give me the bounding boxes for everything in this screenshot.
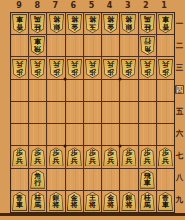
star-point (64, 144, 67, 147)
file-label: 8 (28, 0, 46, 11)
file-label: 2 (137, 0, 155, 11)
piece-kanji: 歩兵 (103, 147, 118, 166)
board-cell[interactable] (102, 35, 119, 56)
piece-king[interactable]: 王将 (85, 192, 100, 211)
board-cell[interactable] (29, 102, 46, 123)
piece-kanji: 歩兵 (158, 59, 173, 78)
piece-kanji: 歩兵 (85, 59, 100, 78)
board-cell[interactable] (66, 169, 83, 190)
board-cell[interactable] (120, 80, 137, 101)
board-cell[interactable] (157, 35, 174, 56)
board-cell[interactable] (11, 35, 28, 56)
piece-pawn[interactable]: 歩兵 (30, 59, 45, 78)
board-cell[interactable]: 歩兵 (102, 57, 119, 78)
rank-label: 二 (175, 41, 185, 50)
board-cell[interactable] (11, 169, 28, 190)
board-cell[interactable] (47, 124, 64, 145)
board-cell[interactable] (29, 80, 46, 101)
board-cell[interactable] (47, 80, 64, 101)
piece-knight[interactable]: 桂馬 (30, 192, 45, 211)
piece-gold[interactable]: 金将 (103, 192, 118, 211)
board-cell[interactable] (84, 102, 101, 123)
board-cell[interactable] (47, 169, 64, 190)
piece-kanji: 金将 (103, 192, 118, 211)
piece-pawn[interactable]: 歩兵 (67, 59, 82, 78)
board-cell[interactable]: 歩兵 (84, 57, 101, 78)
piece-silver[interactable]: 銀将 (121, 192, 136, 211)
piece-kanji: 香車 (158, 192, 173, 211)
star-point (118, 78, 121, 81)
piece-kanji: 歩兵 (103, 59, 118, 78)
piece-kanji: 銀将 (121, 192, 136, 211)
piece-kanji: 歩兵 (30, 59, 45, 78)
board-cell[interactable]: 銀将 (47, 13, 64, 34)
file-labels: 987654321 (10, 0, 173, 11)
board-cell[interactable]: 歩兵 (47, 146, 64, 167)
piece-pawn[interactable]: 歩兵 (103, 147, 118, 166)
board-cell[interactable] (11, 102, 28, 123)
piece-kanji: 歩兵 (121, 59, 136, 78)
piece-kanji: 王将 (85, 192, 100, 211)
board-cell[interactable]: 桂馬 (29, 13, 46, 34)
board-cell[interactable]: 歩兵 (66, 57, 83, 78)
piece-bishop[interactable]: 角行 (30, 170, 45, 189)
board-cell[interactable] (102, 80, 119, 101)
rank-label-highlighted: 四 (175, 85, 185, 94)
piece-kanji: 金将 (67, 192, 82, 211)
star-point (64, 78, 67, 81)
piece-kanji: 歩兵 (158, 147, 173, 166)
board-cell[interactable] (84, 169, 101, 190)
piece-pawn[interactable]: 歩兵 (12, 59, 27, 78)
piece-kanji: 桂馬 (30, 192, 45, 211)
rank-labels: 一二三四五六七八九 (174, 12, 185, 211)
piece-pawn[interactable]: 歩兵 (140, 59, 155, 78)
board-cell[interactable]: 金将 (102, 191, 119, 212)
board-cell[interactable]: 金将 (66, 13, 83, 34)
board-cell[interactable] (66, 124, 83, 145)
file-label: 3 (119, 0, 137, 11)
piece-silver[interactable]: 銀将 (49, 14, 64, 33)
piece-pawn[interactable]: 歩兵 (85, 147, 100, 166)
board-cell[interactable] (120, 102, 137, 123)
piece-pawn[interactable]: 歩兵 (12, 147, 27, 166)
piece-pawn[interactable]: 歩兵 (49, 147, 64, 166)
piece-lance[interactable]: 香車 (158, 14, 173, 33)
board-cell[interactable]: 歩兵 (139, 57, 156, 78)
piece-lance[interactable]: 香車 (158, 192, 173, 211)
board-cell[interactable]: 歩兵 (84, 146, 101, 167)
board-cell[interactable]: 桂馬 (29, 191, 46, 212)
board-cell[interactable] (84, 80, 101, 101)
piece-kanji: 歩兵 (12, 147, 27, 166)
board-cell[interactable] (84, 35, 101, 56)
piece-kanji: 歩兵 (121, 147, 136, 166)
piece-pawn[interactable]: 歩兵 (67, 147, 82, 166)
piece-kanji: 銀将 (121, 14, 136, 33)
piece-pawn[interactable]: 歩兵 (49, 59, 64, 78)
board-cell[interactable]: 歩兵 (11, 146, 28, 167)
piece-lance[interactable]: 香車 (12, 192, 27, 211)
rank-label: 五 (175, 107, 185, 116)
piece-kanji: 桂馬 (30, 14, 45, 33)
board-cell[interactable] (157, 80, 174, 101)
board-cell[interactable] (102, 124, 119, 145)
rank-label: 七 (175, 151, 185, 160)
board-cell[interactable]: 歩兵 (157, 57, 174, 78)
piece-kanji: 歩兵 (85, 147, 100, 166)
piece-kanji: 香車 (158, 14, 173, 33)
board-cell[interactable]: 歩兵 (29, 146, 46, 167)
board-cell[interactable] (157, 102, 174, 123)
file-label: 5 (82, 0, 100, 11)
piece-kanji: 飛車 (140, 170, 155, 189)
board-cell[interactable]: 歩兵 (66, 146, 83, 167)
rank-label: 九 (175, 195, 185, 204)
board-cell[interactable]: 歩兵 (47, 57, 64, 78)
piece-kanji: 歩兵 (67, 147, 82, 166)
board-cell[interactable]: 香車 (157, 13, 174, 34)
board-cell[interactable]: 銀将 (120, 13, 137, 34)
board-cell[interactable]: 歩兵 (120, 57, 137, 78)
board-cell[interactable]: 香車 (11, 191, 28, 212)
piece-kanji: 歩兵 (30, 147, 45, 166)
file-label: 7 (46, 0, 64, 11)
board-cell[interactable] (66, 80, 83, 101)
piece-kanji: 香車 (12, 192, 27, 211)
board-cell[interactable]: 角行 (139, 35, 156, 56)
board-cell[interactable] (47, 35, 64, 56)
piece-kanji: 桂馬 (140, 14, 155, 33)
piece-kanji: 歩兵 (12, 59, 27, 78)
piece-king[interactable]: 玉将 (85, 14, 100, 33)
board-cell[interactable]: 歩兵 (157, 146, 174, 167)
piece-kanji: 香車 (12, 14, 27, 33)
piece-silver[interactable]: 銀将 (121, 14, 136, 33)
piece-gold[interactable]: 金将 (67, 14, 82, 33)
piece-pawn[interactable]: 歩兵 (121, 147, 136, 166)
piece-knight[interactable]: 桂馬 (140, 14, 155, 33)
rank-label: 八 (175, 173, 185, 182)
board-cell[interactable]: 歩兵 (120, 146, 137, 167)
board-bottom-edge (0, 213, 185, 216)
rank-label: 六 (175, 129, 185, 138)
board-cell[interactable] (102, 169, 119, 190)
board-cell[interactable] (11, 80, 28, 101)
star-point (118, 144, 121, 147)
piece-kanji: 角行 (140, 36, 155, 55)
board-cell[interactable] (139, 102, 156, 123)
board-cell[interactable] (66, 35, 83, 56)
piece-gold[interactable]: 金将 (103, 14, 118, 33)
piece-kanji: 飛車 (30, 36, 45, 55)
piece-pawn[interactable]: 歩兵 (121, 59, 136, 78)
board-cell[interactable]: 香車 (11, 13, 28, 34)
file-label: 9 (10, 0, 28, 11)
piece-kanji: 歩兵 (140, 59, 155, 78)
piece-kanji: 歩兵 (49, 59, 64, 78)
board-cell[interactable] (139, 80, 156, 101)
shogi-board: 香車桂馬銀将金将玉将金将銀将桂馬香車飛車角行歩兵歩兵歩兵歩兵歩兵歩兵歩兵歩兵歩兵… (10, 12, 175, 213)
piece-knight[interactable]: 桂馬 (140, 192, 155, 211)
board-cell[interactable]: 玉将 (84, 13, 101, 34)
piece-silver[interactable]: 銀将 (49, 192, 64, 211)
piece-pawn[interactable]: 歩兵 (103, 59, 118, 78)
piece-kanji: 金将 (103, 14, 118, 33)
board-cell[interactable]: 飛車 (29, 35, 46, 56)
board-cell[interactable] (84, 124, 101, 145)
board-cell[interactable]: 桂馬 (139, 13, 156, 34)
piece-kanji: 玉将 (85, 14, 100, 33)
board-cell[interactable] (66, 102, 83, 123)
file-label: 1 (155, 0, 173, 11)
board-cell[interactable]: 金将 (66, 191, 83, 212)
piece-kanji: 歩兵 (67, 59, 82, 78)
board-cell[interactable] (157, 169, 174, 190)
board-cell[interactable] (11, 124, 28, 145)
file-label: 4 (101, 0, 119, 11)
piece-lance[interactable]: 香車 (12, 14, 27, 33)
board-cell[interactable]: 金将 (102, 13, 119, 34)
piece-pawn[interactable]: 歩兵 (158, 59, 173, 78)
piece-kanji: 金将 (67, 14, 82, 33)
piece-rook[interactable]: 飛車 (140, 170, 155, 189)
board-cell[interactable]: 歩兵 (11, 57, 28, 78)
board-cell[interactable]: 歩兵 (102, 146, 119, 167)
board-cell[interactable]: 銀将 (47, 191, 64, 212)
board-cell[interactable] (120, 169, 137, 190)
piece-kanji: 歩兵 (49, 147, 64, 166)
board-cell[interactable] (29, 124, 46, 145)
piece-rook[interactable]: 飛車 (30, 36, 45, 55)
rank-label: 三 (175, 63, 185, 72)
board-cell[interactable]: 飛車 (139, 169, 156, 190)
piece-pawn[interactable]: 歩兵 (85, 59, 100, 78)
piece-pawn[interactable]: 歩兵 (30, 147, 45, 166)
piece-kanji: 歩兵 (140, 147, 155, 166)
board-cell[interactable] (157, 124, 174, 145)
board-cell[interactable] (120, 124, 137, 145)
board-cell[interactable]: 銀将 (120, 191, 137, 212)
board-cell[interactable]: 王将 (84, 191, 101, 212)
piece-kanji: 桂馬 (140, 192, 155, 211)
rank-label: 一 (175, 19, 185, 28)
board-cell[interactable] (47, 102, 64, 123)
board-cell[interactable]: 角行 (29, 169, 46, 190)
board-cell[interactable] (139, 124, 156, 145)
piece-knight[interactable]: 桂馬 (30, 14, 45, 33)
board-cell[interactable]: 歩兵 (139, 146, 156, 167)
board-cell[interactable] (120, 35, 137, 56)
piece-kanji: 銀将 (49, 14, 64, 33)
piece-gold[interactable]: 金将 (67, 192, 82, 211)
piece-bishop[interactable]: 角行 (140, 36, 155, 55)
board-cell[interactable] (102, 102, 119, 123)
board-cell[interactable]: 歩兵 (29, 57, 46, 78)
piece-kanji: 角行 (30, 170, 45, 189)
piece-pawn[interactable]: 歩兵 (158, 147, 173, 166)
board-cell[interactable]: 桂馬 (139, 191, 156, 212)
piece-kanji: 銀将 (49, 192, 64, 211)
piece-pawn[interactable]: 歩兵 (140, 147, 155, 166)
board-cell[interactable]: 香車 (157, 191, 174, 212)
file-label: 6 (64, 0, 82, 11)
